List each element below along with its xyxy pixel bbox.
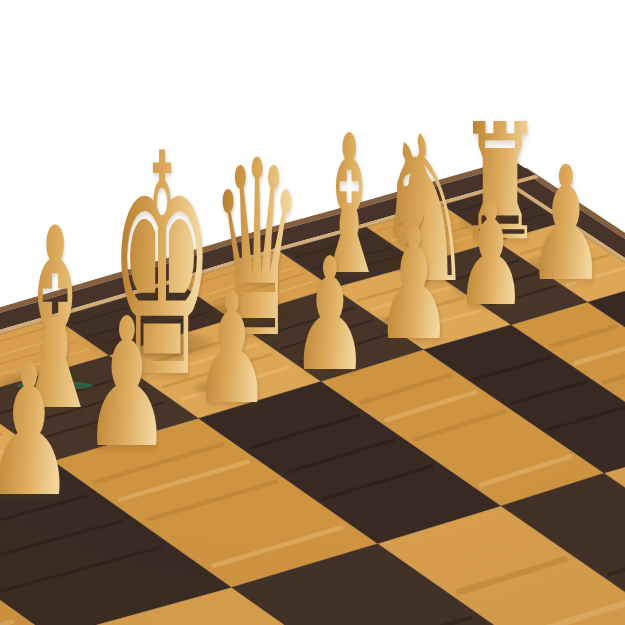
white-pawn-c2: ♟ (82, 295, 171, 473)
white-pawn-g2: ♟ (455, 182, 527, 326)
pieces-layer: ♜♝♞♟♟♛♟♚♟♝♟♟♟ (0, 0, 625, 625)
white-pawn-h2: ♟ (526, 145, 605, 303)
white-pawn-d2: ♟ (193, 272, 270, 426)
white-pawn-b2: ♟ (0, 339, 75, 522)
white-pawn-f2: ♟ (375, 206, 453, 362)
white-pawn-e2: ♟ (291, 237, 369, 393)
chess-set-product-photo: ♜♝♞♟♟♛♟♚♟♝♟♟♟ (0, 0, 625, 625)
